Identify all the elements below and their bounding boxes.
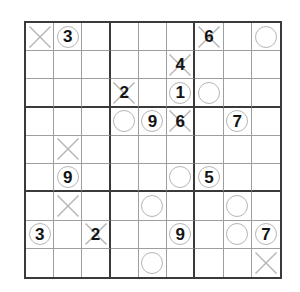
cell-r5c7[interactable] xyxy=(195,136,223,164)
cell-r7c6[interactable] xyxy=(167,192,195,220)
cell-r9c1[interactable] xyxy=(26,249,54,277)
cell-r3c1[interactable] xyxy=(26,79,54,107)
cell-r4c8[interactable]: 7 xyxy=(224,108,252,136)
given-digit: 2 xyxy=(82,221,108,248)
cell-r1c5[interactable] xyxy=(139,23,167,51)
cell-r5c3[interactable] xyxy=(82,136,110,164)
cell-r3c6[interactable]: 1 xyxy=(167,79,195,107)
cell-r1c9[interactable] xyxy=(252,23,280,51)
cell-r9c8[interactable] xyxy=(224,249,252,277)
cell-r8c6[interactable]: 9 xyxy=(167,221,195,249)
given-digit: 7 xyxy=(252,221,280,248)
cell-r2c7[interactable] xyxy=(195,51,223,79)
even-x-mark xyxy=(28,25,52,49)
cell-r6c2[interactable]: 9 xyxy=(54,164,82,192)
cell-r9c7[interactable] xyxy=(195,249,223,277)
cell-r7c5[interactable] xyxy=(139,192,167,220)
cell-r8c2[interactable] xyxy=(54,221,82,249)
odd-circle-mark xyxy=(226,223,248,245)
cell-r6c8[interactable] xyxy=(224,164,252,192)
cell-r7c3[interactable] xyxy=(82,192,110,220)
cell-r4c5[interactable]: 9 xyxy=(139,108,167,136)
cell-r2c6[interactable]: 4 xyxy=(167,51,195,79)
cell-r4c2[interactable] xyxy=(54,108,82,136)
given-digit: 1 xyxy=(167,79,193,105)
given-digit: 9 xyxy=(167,221,193,248)
cell-r1c2[interactable]: 3 xyxy=(54,23,82,51)
cell-r2c5[interactable] xyxy=(139,51,167,79)
cell-r6c1[interactable] xyxy=(26,164,54,192)
cell-r8c4[interactable] xyxy=(111,221,139,249)
cell-r3c5[interactable] xyxy=(139,79,167,107)
cell-r1c7[interactable]: 6 xyxy=(195,23,223,51)
cell-r1c1[interactable] xyxy=(26,23,54,51)
cell-r9c2[interactable] xyxy=(54,249,82,277)
odd-circle-mark xyxy=(113,110,135,132)
even-x-mark xyxy=(254,251,278,275)
puzzle-page: 36421967953297 xyxy=(0,0,300,292)
cell-r4c6[interactable]: 6 xyxy=(167,108,195,136)
given-digit: 4 xyxy=(167,51,193,78)
given-digit: 3 xyxy=(26,221,53,248)
odd-circle-mark xyxy=(169,166,191,188)
cell-r6c6[interactable] xyxy=(167,164,195,192)
cell-r2c8[interactable] xyxy=(224,51,252,79)
cell-r6c9[interactable] xyxy=(252,164,280,192)
cell-r9c5[interactable] xyxy=(139,249,167,277)
cell-r3c3[interactable] xyxy=(82,79,110,107)
cell-r2c1[interactable] xyxy=(26,51,54,79)
cell-r1c3[interactable] xyxy=(82,23,110,51)
cell-r6c5[interactable] xyxy=(139,164,167,192)
cell-r5c2[interactable] xyxy=(54,136,82,164)
odd-circle-mark xyxy=(141,252,163,274)
cell-r1c4[interactable] xyxy=(111,23,139,51)
even-x-mark xyxy=(56,137,80,161)
cell-r3c4[interactable]: 2 xyxy=(111,79,139,107)
cell-r7c1[interactable] xyxy=(26,192,54,220)
cell-r9c3[interactable] xyxy=(82,249,110,277)
cell-r6c4[interactable] xyxy=(111,164,139,192)
cell-r7c9[interactable] xyxy=(252,192,280,220)
odd-circle-mark xyxy=(226,195,248,217)
cell-r8c1[interactable]: 3 xyxy=(26,221,54,249)
cell-r4c1[interactable] xyxy=(26,108,54,136)
cell-r3c7[interactable] xyxy=(195,79,223,107)
cell-r7c8[interactable] xyxy=(224,192,252,220)
cell-r5c4[interactable] xyxy=(111,136,139,164)
cell-r5c9[interactable] xyxy=(252,136,280,164)
cell-r6c7[interactable]: 5 xyxy=(195,164,223,192)
cell-r7c2[interactable] xyxy=(54,192,82,220)
cell-r3c2[interactable] xyxy=(54,79,82,107)
cell-r5c1[interactable] xyxy=(26,136,54,164)
cell-r2c4[interactable] xyxy=(111,51,139,79)
sudoku-board: 36421967953297 xyxy=(24,21,282,279)
cell-r4c4[interactable] xyxy=(111,108,139,136)
cell-r7c7[interactable] xyxy=(195,192,223,220)
given-digit: 9 xyxy=(54,164,81,190)
given-digit: 3 xyxy=(54,23,81,50)
cell-r3c8[interactable] xyxy=(224,79,252,107)
cell-r4c3[interactable] xyxy=(82,108,110,136)
cell-r8c5[interactable] xyxy=(139,221,167,249)
cell-r4c7[interactable] xyxy=(195,108,223,136)
given-digit: 9 xyxy=(139,108,166,135)
given-digit: 7 xyxy=(224,108,251,135)
even-x-mark xyxy=(56,194,80,218)
given-digit: 6 xyxy=(195,23,222,50)
odd-circle-mark xyxy=(255,26,277,48)
cell-r5c5[interactable] xyxy=(139,136,167,164)
cell-r2c2[interactable] xyxy=(54,51,82,79)
cell-r8c8[interactable] xyxy=(224,221,252,249)
cell-r8c3[interactable]: 2 xyxy=(82,221,110,249)
cell-r9c4[interactable] xyxy=(111,249,139,277)
cell-r8c9[interactable]: 7 xyxy=(252,221,280,249)
given-digit: 2 xyxy=(111,79,138,105)
cell-r1c6[interactable] xyxy=(167,23,195,51)
cell-r7c4[interactable] xyxy=(111,192,139,220)
cell-r5c6[interactable] xyxy=(167,136,195,164)
cell-r9c9[interactable] xyxy=(252,249,280,277)
cell-r2c3[interactable] xyxy=(82,51,110,79)
cell-r6c3[interactable] xyxy=(82,164,110,192)
cell-r4c9[interactable] xyxy=(252,108,280,136)
odd-circle-mark xyxy=(141,195,163,217)
given-digit: 5 xyxy=(195,164,222,190)
cell-r3c9[interactable] xyxy=(252,79,280,107)
given-digit: 6 xyxy=(167,108,193,135)
cell-r5c8[interactable] xyxy=(224,136,252,164)
cell-r8c7[interactable] xyxy=(195,221,223,249)
cell-r1c8[interactable] xyxy=(224,23,252,51)
cell-r2c9[interactable] xyxy=(252,51,280,79)
odd-circle-mark xyxy=(198,82,220,104)
cell-r9c6[interactable] xyxy=(167,249,195,277)
